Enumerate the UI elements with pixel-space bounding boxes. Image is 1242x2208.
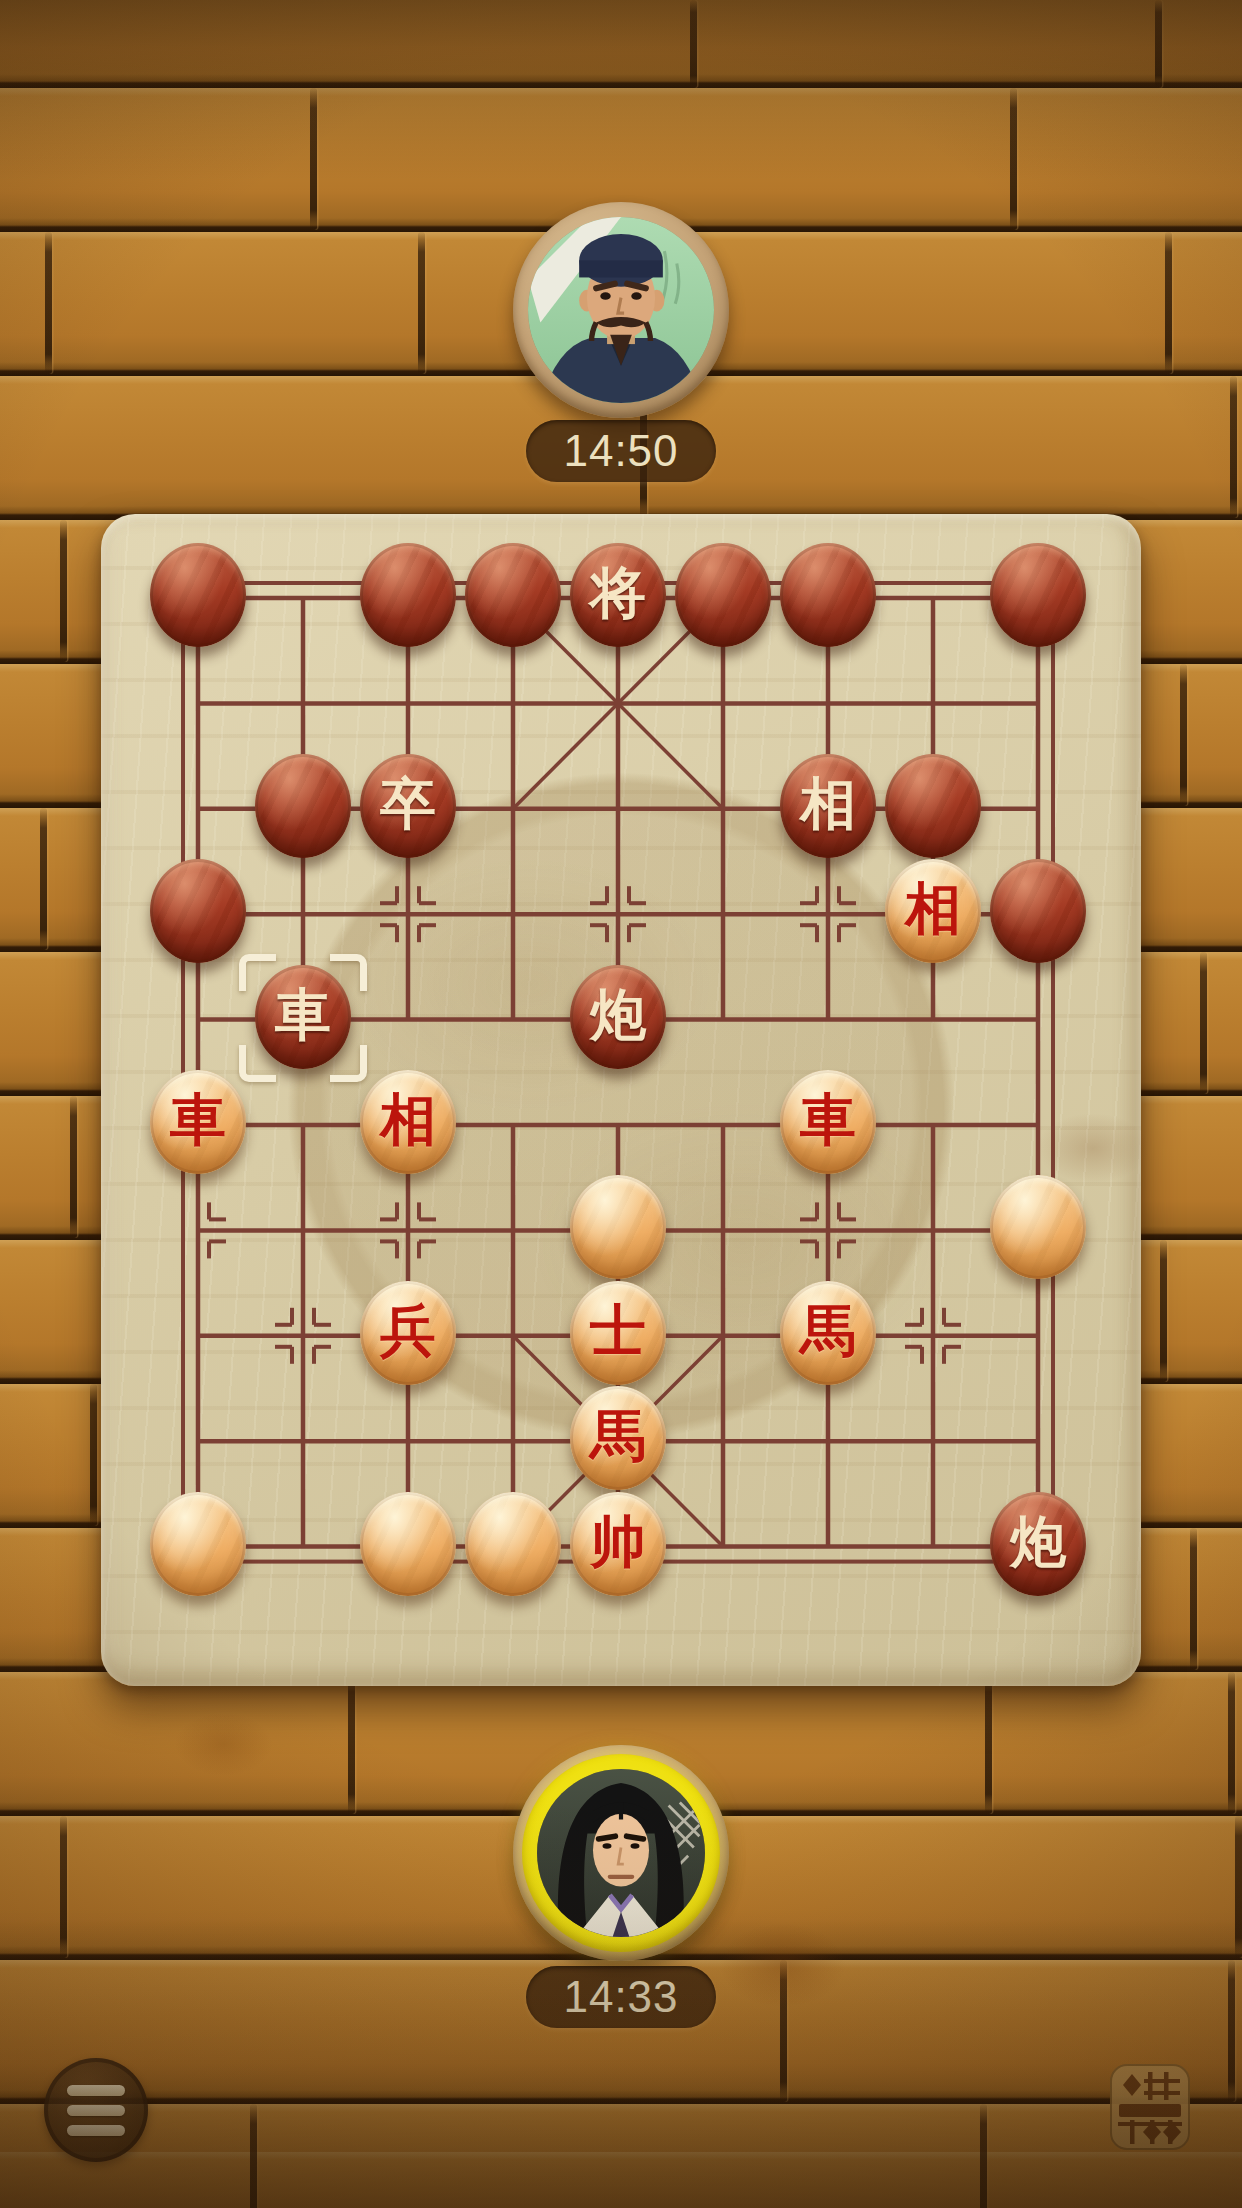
piece-light-hidden[interactable] [465,1492,561,1596]
mini-board-icon [1108,2062,1192,2152]
plank-seam [45,232,52,374]
piece-glyph: 炮 [590,987,646,1043]
piece-light-advisor[interactable]: 士 [570,1281,666,1385]
xiangqi-board[interactable]: 将卒相相車炮車相車兵士馬馬帅炮 [101,514,1141,1686]
piece-dark-chariot[interactable]: 車 [255,965,351,1069]
scholar-portrait-icon [528,217,714,403]
plank-seam [250,2104,257,2208]
hamburger-icon [67,2085,125,2096]
piece-glyph: 士 [590,1303,646,1359]
piece-light-horse[interactable]: 馬 [570,1386,666,1490]
mini-board-button[interactable] [1108,2062,1192,2152]
piece-light-soldier[interactable]: 兵 [360,1281,456,1385]
plank-seam [418,232,425,374]
piece-dark-hidden[interactable] [885,754,981,858]
plank-seam [1180,664,1187,806]
plank-seam [1228,1960,1235,2102]
piece-glyph: 車 [800,1092,856,1148]
piece-light-chariot[interactable]: 車 [150,1070,246,1174]
plank-seam [1155,0,1162,88]
plank-seam [60,520,67,662]
opponent-portrait [528,217,714,403]
player-timer: 14:33 [526,1966,716,2028]
player-timer-value: 14:33 [563,1972,678,2022]
xiangqi-game-screen: 14:50 将卒相相車炮車相車兵士馬馬帅炮 [0,0,1242,2208]
piece-dark-general[interactable]: 将 [570,543,666,647]
piece-glyph: 車 [170,1092,226,1148]
plank-seam [310,88,317,230]
piece-dark-hidden[interactable] [465,543,561,647]
piece-light-hidden[interactable] [570,1175,666,1279]
piece-glyph: 相 [800,776,856,832]
plank-seam [60,1816,67,1958]
piece-glyph: 車 [275,987,331,1043]
plank-seam [980,2104,987,2208]
warrior-portrait-icon [537,1769,705,1937]
plank-seam [690,0,697,88]
plank-seam [1228,1672,1235,1814]
opponent-timer-value: 14:50 [563,426,678,476]
plank-seam [780,1960,787,2102]
piece-dark-hidden[interactable] [675,543,771,647]
piece-light-elephant[interactable]: 相 [360,1070,456,1174]
piece-light-hidden[interactable] [150,1492,246,1596]
piece-dark-cannon[interactable]: 炮 [570,965,666,1069]
plank-seam [1235,1816,1242,1958]
plank-seam [40,808,47,950]
plank-seam [1165,232,1172,374]
piece-dark-hidden[interactable] [780,543,876,647]
piece-dark-hidden[interactable] [255,754,351,858]
opponent-avatar[interactable] [513,202,729,418]
piece-glyph: 兵 [380,1303,436,1359]
plank-seam [1200,952,1207,1094]
piece-glyph: 馬 [590,1408,646,1464]
piece-light-general[interactable]: 帅 [570,1492,666,1596]
piece-glyph: 馬 [800,1303,856,1359]
piece-dark-hidden[interactable] [150,543,246,647]
plank-seam [348,1672,355,1814]
plank-seam [1010,88,1017,230]
player-avatar[interactable] [513,1745,729,1961]
plank-seam [70,1096,77,1238]
piece-light-horse[interactable]: 馬 [780,1281,876,1385]
piece-glyph: 将 [590,565,646,621]
piece-dark-hidden[interactable] [990,543,1086,647]
piece-dark-elephant[interactable]: 相 [780,754,876,858]
piece-light-hidden[interactable] [990,1175,1086,1279]
piece-glyph: 炮 [1010,1514,1066,1570]
plank-seam [1160,1240,1167,1382]
piece-glyph: 卒 [380,776,436,832]
plank-seam [1230,376,1237,518]
piece-glyph: 帅 [590,1514,646,1570]
player-portrait [537,1769,705,1937]
piece-dark-hidden[interactable] [990,859,1086,963]
plank-seam [985,1672,992,1814]
piece-light-chariot[interactable]: 車 [780,1070,876,1174]
piece-dark-soldier[interactable]: 卒 [360,754,456,858]
piece-glyph: 相 [905,881,961,937]
piece-light-hidden[interactable] [360,1492,456,1596]
piece-dark-hidden[interactable] [360,543,456,647]
plank-seam [90,1384,97,1526]
piece-glyph: 相 [380,1092,436,1148]
menu-button[interactable] [44,2058,148,2162]
plank-seam [1190,1528,1197,1670]
piece-light-elephant[interactable]: 相 [885,859,981,963]
opponent-timer: 14:50 [526,420,716,482]
piece-dark-cannon[interactable]: 炮 [990,1492,1086,1596]
piece-dark-hidden[interactable] [150,859,246,963]
